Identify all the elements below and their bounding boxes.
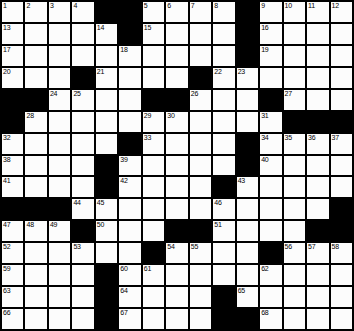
clue-number-40: 40 bbox=[261, 156, 268, 164]
clue-number-67: 67 bbox=[120, 309, 127, 317]
cell-r3c10[interactable]: 23 bbox=[237, 68, 258, 88]
clue-number-37: 37 bbox=[332, 134, 339, 142]
cell-r10c12[interactable] bbox=[284, 221, 305, 241]
cell-r2c4[interactable] bbox=[96, 46, 117, 66]
clue-number-4: 4 bbox=[73, 2, 77, 10]
cell-r1c0[interactable]: 13 bbox=[2, 24, 23, 44]
clue-number-34: 34 bbox=[261, 134, 268, 142]
cell-r6c3[interactable] bbox=[72, 134, 93, 154]
cell-r13c5[interactable]: 64 bbox=[119, 287, 140, 307]
cell-r1c11[interactable]: 16 bbox=[260, 24, 281, 44]
clue-number-68: 68 bbox=[261, 309, 268, 317]
cell-r5c1[interactable]: 28 bbox=[25, 112, 46, 132]
black-cell-r11c11 bbox=[260, 243, 281, 263]
cell-r10c4[interactable]: 50 bbox=[96, 221, 117, 241]
black-cell-r5c13 bbox=[307, 112, 328, 132]
black-cell-r14c4 bbox=[96, 309, 117, 329]
cell-r9c11[interactable] bbox=[260, 199, 281, 219]
cell-r10c9[interactable]: 51 bbox=[213, 221, 234, 241]
cell-r5c2[interactable] bbox=[49, 112, 70, 132]
clue-number-17: 17 bbox=[3, 46, 10, 54]
cell-r6c13[interactable]: 36 bbox=[307, 134, 328, 154]
cell-r12c7[interactable] bbox=[166, 265, 187, 285]
black-cell-r5c0 bbox=[2, 112, 23, 132]
clue-number-57: 57 bbox=[308, 243, 315, 251]
cell-r14c1[interactable] bbox=[25, 309, 46, 329]
black-cell-r10c8 bbox=[190, 221, 211, 241]
clue-number-53: 53 bbox=[73, 243, 80, 251]
cell-r8c14[interactable] bbox=[331, 177, 352, 197]
cell-r3c2[interactable] bbox=[49, 68, 70, 88]
cell-r3c14[interactable] bbox=[331, 68, 352, 88]
clue-number-29: 29 bbox=[144, 112, 151, 120]
cell-r0c8[interactable]: 7 bbox=[190, 2, 211, 22]
cell-r1c1[interactable] bbox=[25, 24, 46, 44]
cell-r1c4[interactable]: 14 bbox=[96, 24, 117, 44]
clue-number-7: 7 bbox=[191, 2, 195, 10]
black-cell-r6c5 bbox=[119, 134, 140, 154]
cell-r4c5[interactable] bbox=[119, 90, 140, 110]
black-cell-r1c5 bbox=[119, 24, 140, 44]
black-cell-r8c4 bbox=[96, 177, 117, 197]
clue-number-35: 35 bbox=[285, 134, 292, 142]
black-cell-r6c10 bbox=[237, 134, 258, 154]
cell-r8c8[interactable] bbox=[190, 177, 211, 197]
cell-r13c13[interactable] bbox=[307, 287, 328, 307]
cell-r11c1[interactable] bbox=[25, 243, 46, 263]
cell-r5c8[interactable] bbox=[190, 112, 211, 132]
cell-r7c14[interactable] bbox=[331, 156, 352, 176]
cell-r14c2[interactable] bbox=[49, 309, 70, 329]
cell-r5c6[interactable]: 29 bbox=[143, 112, 164, 132]
clue-number-52: 52 bbox=[3, 243, 10, 251]
black-cell-r2c10 bbox=[237, 46, 258, 66]
cell-r8c2[interactable] bbox=[49, 177, 70, 197]
cell-r1c14[interactable] bbox=[331, 24, 352, 44]
clue-number-2: 2 bbox=[26, 2, 30, 10]
cell-r8c13[interactable] bbox=[307, 177, 328, 197]
cell-r0c1[interactable]: 2 bbox=[25, 2, 46, 22]
cell-r3c13[interactable] bbox=[307, 68, 328, 88]
cell-r4c12[interactable]: 27 bbox=[284, 90, 305, 110]
black-cell-r9c14 bbox=[331, 199, 352, 219]
cell-r14c7[interactable] bbox=[166, 309, 187, 329]
cell-r12c2[interactable] bbox=[49, 265, 70, 285]
black-cell-r0c4 bbox=[96, 2, 117, 22]
clue-number-14: 14 bbox=[97, 24, 104, 32]
cell-r7c13[interactable] bbox=[307, 156, 328, 176]
cell-r12c3[interactable] bbox=[72, 265, 93, 285]
cell-r1c13[interactable] bbox=[307, 24, 328, 44]
cell-r6c14[interactable]: 37 bbox=[331, 134, 352, 154]
cell-r6c4[interactable] bbox=[96, 134, 117, 154]
black-cell-r5c12 bbox=[284, 112, 305, 132]
cell-r12c11[interactable]: 62 bbox=[260, 265, 281, 285]
black-cell-r3c8 bbox=[190, 68, 211, 88]
cell-r11c7[interactable]: 54 bbox=[166, 243, 187, 263]
cell-r6c8[interactable] bbox=[190, 134, 211, 154]
cell-r5c5[interactable] bbox=[119, 112, 140, 132]
cell-r2c5[interactable]: 18 bbox=[119, 46, 140, 66]
cell-r12c10[interactable] bbox=[237, 265, 258, 285]
black-cell-r9c2 bbox=[49, 199, 70, 219]
black-cell-r10c7 bbox=[166, 221, 187, 241]
black-cell-r13c9 bbox=[213, 287, 234, 307]
cell-r7c8[interactable] bbox=[190, 156, 211, 176]
black-cell-r10c13 bbox=[307, 221, 328, 241]
clue-number-66: 66 bbox=[3, 309, 10, 317]
cell-r3c6[interactable] bbox=[143, 68, 164, 88]
crossword-grid: 1234567891011121314151617181920212223242… bbox=[0, 0, 354, 331]
cell-r10c2[interactable]: 49 bbox=[49, 221, 70, 241]
cell-r4c13[interactable] bbox=[307, 90, 328, 110]
black-cell-r13c4 bbox=[96, 287, 117, 307]
cell-r0c6[interactable]: 5 bbox=[143, 2, 164, 22]
cell-r2c0[interactable]: 17 bbox=[2, 46, 23, 66]
cell-r10c0[interactable]: 47 bbox=[2, 221, 23, 241]
cell-r6c12[interactable]: 35 bbox=[284, 134, 305, 154]
cell-r6c11[interactable]: 34 bbox=[260, 134, 281, 154]
clue-number-45: 45 bbox=[97, 199, 104, 207]
cell-r5c10[interactable] bbox=[237, 112, 258, 132]
cell-r8c6[interactable] bbox=[143, 177, 164, 197]
clue-number-41: 41 bbox=[3, 177, 10, 185]
black-cell-r3c3 bbox=[72, 68, 93, 88]
cell-r0c0[interactable]: 1 bbox=[2, 2, 23, 22]
cell-r13c6[interactable] bbox=[143, 287, 164, 307]
black-cell-r7c4 bbox=[96, 156, 117, 176]
black-cell-r9c1 bbox=[25, 199, 46, 219]
clue-number-65: 65 bbox=[238, 287, 245, 295]
black-cell-r9c0 bbox=[2, 199, 23, 219]
cell-r3c12[interactable] bbox=[284, 68, 305, 88]
clue-number-64: 64 bbox=[120, 287, 127, 295]
cell-r1c2[interactable] bbox=[49, 24, 70, 44]
cell-r12c8[interactable] bbox=[190, 265, 211, 285]
cell-r2c6[interactable] bbox=[143, 46, 164, 66]
cell-r5c4[interactable] bbox=[96, 112, 117, 132]
cell-r3c7[interactable] bbox=[166, 68, 187, 88]
clue-number-43: 43 bbox=[238, 177, 245, 185]
cell-r1c3[interactable] bbox=[72, 24, 93, 44]
cell-r10c6[interactable] bbox=[143, 221, 164, 241]
cell-r6c2[interactable] bbox=[49, 134, 70, 154]
cell-r0c2[interactable]: 3 bbox=[49, 2, 70, 22]
cell-r14c8[interactable] bbox=[190, 309, 211, 329]
cell-r4c10[interactable] bbox=[237, 90, 258, 110]
cell-r4c3[interactable]: 25 bbox=[72, 90, 93, 110]
clue-number-19: 19 bbox=[261, 46, 268, 54]
cell-r0c11[interactable]: 9 bbox=[260, 2, 281, 22]
clue-number-28: 28 bbox=[26, 112, 33, 120]
cell-r5c7[interactable]: 30 bbox=[166, 112, 187, 132]
black-cell-r10c14 bbox=[331, 221, 352, 241]
clue-number-36: 36 bbox=[308, 134, 315, 142]
cell-r3c4[interactable]: 21 bbox=[96, 68, 117, 88]
clue-number-20: 20 bbox=[3, 68, 10, 76]
clue-number-55: 55 bbox=[191, 243, 198, 251]
clue-number-48: 48 bbox=[26, 221, 33, 229]
cell-r8c10[interactable]: 43 bbox=[237, 177, 258, 197]
cell-r2c2[interactable] bbox=[49, 46, 70, 66]
black-cell-r0c10 bbox=[237, 2, 258, 22]
clue-number-6: 6 bbox=[167, 2, 171, 10]
cell-r0c3[interactable]: 4 bbox=[72, 2, 93, 22]
clue-number-49: 49 bbox=[50, 221, 57, 229]
cell-r7c6[interactable] bbox=[143, 156, 164, 176]
clue-number-13: 13 bbox=[3, 24, 10, 32]
cell-r13c1[interactable] bbox=[25, 287, 46, 307]
clue-number-61: 61 bbox=[144, 265, 151, 273]
cell-r10c11[interactable] bbox=[260, 221, 281, 241]
clue-number-56: 56 bbox=[285, 243, 292, 251]
cell-r13c7[interactable] bbox=[166, 287, 187, 307]
cell-r11c8[interactable]: 55 bbox=[190, 243, 211, 263]
black-cell-r11c6 bbox=[143, 243, 164, 263]
clue-number-16: 16 bbox=[261, 24, 268, 32]
clue-number-50: 50 bbox=[97, 221, 104, 229]
cell-r12c6[interactable]: 61 bbox=[143, 265, 164, 285]
cell-r3c11[interactable] bbox=[260, 68, 281, 88]
cell-r2c14[interactable] bbox=[331, 46, 352, 66]
clue-number-21: 21 bbox=[97, 68, 104, 76]
cell-r11c0[interactable]: 52 bbox=[2, 243, 23, 263]
clue-number-32: 32 bbox=[3, 134, 10, 142]
cell-r2c12[interactable] bbox=[284, 46, 305, 66]
cell-r11c4[interactable] bbox=[96, 243, 117, 263]
clue-number-46: 46 bbox=[214, 199, 221, 207]
cell-r8c12[interactable] bbox=[284, 177, 305, 197]
clue-number-9: 9 bbox=[261, 2, 265, 10]
black-cell-r8c9 bbox=[213, 177, 234, 197]
cell-r9c12[interactable] bbox=[284, 199, 305, 219]
black-cell-r7c10 bbox=[237, 156, 258, 176]
clue-number-8: 8 bbox=[214, 2, 218, 10]
clue-number-58: 58 bbox=[332, 243, 339, 251]
cell-r12c12[interactable] bbox=[284, 265, 305, 285]
black-cell-r5c14 bbox=[331, 112, 352, 132]
cell-r7c12[interactable] bbox=[284, 156, 305, 176]
cell-r14c5[interactable]: 67 bbox=[119, 309, 140, 329]
cell-r2c1[interactable] bbox=[25, 46, 46, 66]
clue-number-15: 15 bbox=[144, 24, 151, 32]
cell-r8c0[interactable]: 41 bbox=[2, 177, 23, 197]
cell-r1c8[interactable] bbox=[190, 24, 211, 44]
cell-r9c7[interactable] bbox=[166, 199, 187, 219]
cell-r9c4[interactable]: 45 bbox=[96, 199, 117, 219]
cell-r9c10[interactable] bbox=[237, 199, 258, 219]
cell-r13c11[interactable] bbox=[260, 287, 281, 307]
cell-r7c3[interactable] bbox=[72, 156, 93, 176]
clue-number-51: 51 bbox=[214, 221, 221, 229]
cell-r5c9[interactable] bbox=[213, 112, 234, 132]
cell-r2c11[interactable]: 19 bbox=[260, 46, 281, 66]
cell-r3c1[interactable] bbox=[25, 68, 46, 88]
clue-number-12: 12 bbox=[332, 2, 339, 10]
cell-r0c14[interactable]: 12 bbox=[331, 2, 352, 22]
cell-r9c5[interactable] bbox=[119, 199, 140, 219]
clue-number-30: 30 bbox=[167, 112, 174, 120]
cell-r13c10[interactable]: 65 bbox=[237, 287, 258, 307]
cell-r0c7[interactable]: 6 bbox=[166, 2, 187, 22]
cell-r12c14[interactable] bbox=[331, 265, 352, 285]
cell-r4c2[interactable]: 24 bbox=[49, 90, 70, 110]
clue-number-44: 44 bbox=[73, 199, 80, 207]
clue-number-59: 59 bbox=[3, 265, 10, 273]
cell-r10c5[interactable] bbox=[119, 221, 140, 241]
clue-number-38: 38 bbox=[3, 156, 10, 164]
cell-r2c13[interactable] bbox=[307, 46, 328, 66]
clue-number-10: 10 bbox=[285, 2, 292, 10]
clue-number-62: 62 bbox=[261, 265, 268, 273]
cell-r9c9[interactable]: 46 bbox=[213, 199, 234, 219]
cell-r13c12[interactable] bbox=[284, 287, 305, 307]
cell-r11c13[interactable]: 57 bbox=[307, 243, 328, 263]
cell-r0c9[interactable]: 8 bbox=[213, 2, 234, 22]
cell-r4c8[interactable]: 26 bbox=[190, 90, 211, 110]
clue-number-63: 63 bbox=[3, 287, 10, 295]
cell-r6c7[interactable] bbox=[166, 134, 187, 154]
cell-r7c7[interactable] bbox=[166, 156, 187, 176]
cell-r7c2[interactable] bbox=[49, 156, 70, 176]
cell-r13c14[interactable] bbox=[331, 287, 352, 307]
cell-r1c6[interactable]: 15 bbox=[143, 24, 164, 44]
cell-r7c9[interactable] bbox=[213, 156, 234, 176]
black-cell-r4c1 bbox=[25, 90, 46, 110]
cell-r12c13[interactable] bbox=[307, 265, 328, 285]
cell-r11c14[interactable]: 58 bbox=[331, 243, 352, 263]
cell-r1c7[interactable] bbox=[166, 24, 187, 44]
clue-number-3: 3 bbox=[50, 2, 54, 10]
cell-r14c0[interactable]: 66 bbox=[2, 309, 23, 329]
cell-r8c3[interactable] bbox=[72, 177, 93, 197]
clue-number-24: 24 bbox=[50, 90, 57, 98]
clue-number-60: 60 bbox=[120, 265, 127, 273]
cell-r12c0[interactable]: 59 bbox=[2, 265, 23, 285]
clue-number-39: 39 bbox=[120, 156, 127, 164]
cell-r4c9[interactable] bbox=[213, 90, 234, 110]
clue-number-1: 1 bbox=[3, 2, 7, 10]
cell-r0c12[interactable]: 10 bbox=[284, 2, 305, 22]
cell-r11c12[interactable]: 56 bbox=[284, 243, 305, 263]
clue-number-25: 25 bbox=[73, 90, 80, 98]
cell-r3c5[interactable] bbox=[119, 68, 140, 88]
clue-number-27: 27 bbox=[285, 90, 292, 98]
black-cell-r4c7 bbox=[166, 90, 187, 110]
clue-number-54: 54 bbox=[167, 243, 174, 251]
black-cell-r14c9 bbox=[213, 309, 234, 329]
cell-r7c11[interactable]: 40 bbox=[260, 156, 281, 176]
clue-number-42: 42 bbox=[120, 177, 127, 185]
cell-r4c14[interactable] bbox=[331, 90, 352, 110]
clue-number-11: 11 bbox=[308, 2, 315, 10]
black-cell-r14c10 bbox=[237, 309, 258, 329]
clue-number-26: 26 bbox=[191, 90, 198, 98]
cell-r14c12[interactable] bbox=[284, 309, 305, 329]
clue-number-22: 22 bbox=[214, 68, 221, 76]
cell-r13c0[interactable]: 63 bbox=[2, 287, 23, 307]
cell-r14c6[interactable] bbox=[143, 309, 164, 329]
cell-r8c5[interactable]: 42 bbox=[119, 177, 140, 197]
black-cell-r4c0 bbox=[2, 90, 23, 110]
cell-r9c3[interactable]: 44 bbox=[72, 199, 93, 219]
cell-r11c3[interactable]: 53 bbox=[72, 243, 93, 263]
cell-r8c1[interactable] bbox=[25, 177, 46, 197]
cell-r9c8[interactable] bbox=[190, 199, 211, 219]
cell-r9c6[interactable] bbox=[143, 199, 164, 219]
cell-r10c1[interactable]: 48 bbox=[25, 221, 46, 241]
black-cell-r12c4 bbox=[96, 265, 117, 285]
cell-r5c3[interactable] bbox=[72, 112, 93, 132]
cell-r11c5[interactable] bbox=[119, 243, 140, 263]
black-cell-r0c5 bbox=[119, 2, 140, 22]
cell-r14c14[interactable] bbox=[331, 309, 352, 329]
black-cell-r10c3 bbox=[72, 221, 93, 241]
cell-r10c10[interactable] bbox=[237, 221, 258, 241]
cell-r9c13[interactable] bbox=[307, 199, 328, 219]
cell-r11c10[interactable] bbox=[237, 243, 258, 263]
cell-r0c13[interactable]: 11 bbox=[307, 2, 328, 22]
clue-number-18: 18 bbox=[120, 46, 127, 54]
cell-r4c4[interactable] bbox=[96, 90, 117, 110]
cell-r7c5[interactable]: 39 bbox=[119, 156, 140, 176]
cell-r2c3[interactable] bbox=[72, 46, 93, 66]
cell-r5c11[interactable]: 31 bbox=[260, 112, 281, 132]
cell-r13c3[interactable] bbox=[72, 287, 93, 307]
cell-r13c2[interactable] bbox=[49, 287, 70, 307]
cell-r13c8[interactable] bbox=[190, 287, 211, 307]
cell-r12c9[interactable] bbox=[213, 265, 234, 285]
black-cell-r4c11 bbox=[260, 90, 281, 110]
clue-number-47: 47 bbox=[3, 221, 10, 229]
cell-r11c9[interactable] bbox=[213, 243, 234, 263]
cell-r1c12[interactable] bbox=[284, 24, 305, 44]
cell-r6c0[interactable]: 32 bbox=[2, 134, 23, 154]
cell-r3c0[interactable]: 20 bbox=[2, 68, 23, 88]
cell-r8c11[interactable] bbox=[260, 177, 281, 197]
cell-r3c9[interactable]: 22 bbox=[213, 68, 234, 88]
cell-r8c7[interactable] bbox=[166, 177, 187, 197]
cell-r2c7[interactable] bbox=[166, 46, 187, 66]
cell-r14c3[interactable] bbox=[72, 309, 93, 329]
cell-r6c1[interactable] bbox=[25, 134, 46, 154]
clue-number-31: 31 bbox=[261, 112, 268, 120]
cell-r2c9[interactable] bbox=[213, 46, 234, 66]
cell-r1c9[interactable] bbox=[213, 24, 234, 44]
cell-r14c13[interactable] bbox=[307, 309, 328, 329]
cell-r6c6[interactable]: 33 bbox=[143, 134, 164, 154]
clue-number-23: 23 bbox=[238, 68, 245, 76]
cell-r12c1[interactable] bbox=[25, 265, 46, 285]
cell-r14c11[interactable]: 68 bbox=[260, 309, 281, 329]
cell-r12c5[interactable]: 60 bbox=[119, 265, 140, 285]
black-cell-r1c10 bbox=[237, 24, 258, 44]
clue-number-5: 5 bbox=[144, 2, 148, 10]
cell-r6c9[interactable] bbox=[213, 134, 234, 154]
cell-r11c2[interactable] bbox=[49, 243, 70, 263]
cell-r2c8[interactable] bbox=[190, 46, 211, 66]
cell-r7c0[interactable]: 38 bbox=[2, 156, 23, 176]
clue-number-33: 33 bbox=[144, 134, 151, 142]
cell-r7c1[interactable] bbox=[25, 156, 46, 176]
black-cell-r4c6 bbox=[143, 90, 164, 110]
